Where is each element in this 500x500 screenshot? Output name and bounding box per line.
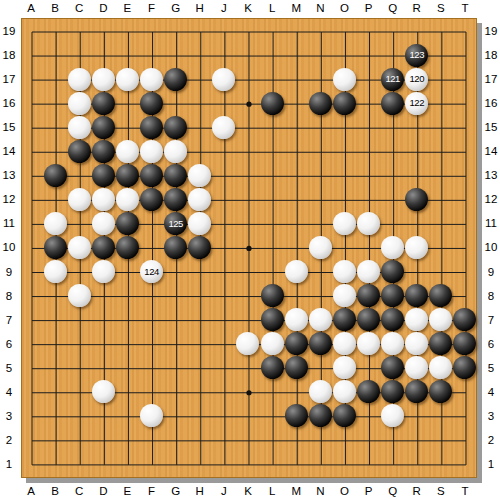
black-stone-E13 bbox=[116, 164, 139, 187]
row-label-right: 15 bbox=[483, 121, 499, 134]
white-stone-B11 bbox=[44, 212, 67, 235]
black-stone-D15 bbox=[92, 116, 115, 139]
row-label-left: 5 bbox=[1, 362, 17, 375]
white-stone-F17 bbox=[140, 68, 163, 91]
col-label-top: H bbox=[190, 2, 210, 15]
row-label-left: 13 bbox=[1, 169, 17, 182]
row-label-left: 15 bbox=[1, 121, 17, 134]
move-number: 125 bbox=[168, 219, 182, 229]
black-stone-N3 bbox=[309, 404, 332, 427]
black-stone-L5 bbox=[261, 356, 284, 379]
row-label-left: 10 bbox=[1, 241, 17, 254]
col-label-top: E bbox=[117, 2, 137, 15]
row-label-right: 16 bbox=[483, 97, 499, 110]
row-label-right: 4 bbox=[483, 386, 499, 399]
col-label-top: O bbox=[334, 2, 354, 15]
black-stone-Q16 bbox=[381, 92, 404, 115]
white-stone-E14 bbox=[116, 140, 139, 163]
white-stone-C10 bbox=[68, 236, 91, 259]
col-label-top: A bbox=[21, 2, 41, 15]
white-stone-J17 bbox=[212, 68, 235, 91]
white-stone-H12 bbox=[188, 188, 211, 211]
move-number: 122 bbox=[410, 98, 424, 108]
col-label-bottom: O bbox=[334, 485, 354, 498]
col-label-top: S bbox=[431, 2, 451, 15]
col-label-bottom: Q bbox=[383, 485, 403, 498]
col-label-bottom: E bbox=[117, 485, 137, 498]
row-label-right: 11 bbox=[483, 217, 499, 230]
col-label-bottom: C bbox=[69, 485, 89, 498]
white-stone-E17 bbox=[116, 68, 139, 91]
row-label-right: 10 bbox=[483, 241, 499, 254]
move-number: 123 bbox=[410, 50, 424, 60]
white-stone-M9 bbox=[285, 260, 308, 283]
row-label-left: 7 bbox=[1, 314, 17, 327]
black-stone-F13 bbox=[140, 164, 163, 187]
col-label-bottom: J bbox=[214, 485, 234, 498]
col-label-bottom: D bbox=[93, 485, 113, 498]
black-stone-G12 bbox=[164, 188, 187, 211]
black-stone-N16 bbox=[309, 92, 332, 115]
row-label-right: 17 bbox=[483, 73, 499, 86]
col-label-top: N bbox=[310, 2, 330, 15]
col-label-top: P bbox=[359, 2, 379, 15]
col-label-top: K bbox=[238, 2, 258, 15]
white-stone-D11 bbox=[92, 212, 115, 235]
black-stone-N6 bbox=[309, 332, 332, 355]
white-stone-N7 bbox=[309, 308, 332, 331]
black-stone-G10 bbox=[164, 236, 187, 259]
star-point bbox=[246, 246, 251, 251]
col-label-top: L bbox=[262, 2, 282, 15]
move-number: 121 bbox=[385, 74, 399, 84]
row-label-right: 1 bbox=[483, 458, 499, 471]
black-stone-O16 bbox=[333, 92, 356, 115]
row-label-right: 13 bbox=[483, 169, 499, 182]
black-stone-G15 bbox=[164, 116, 187, 139]
white-stone-D12 bbox=[92, 188, 115, 211]
black-stone-C14 bbox=[68, 140, 91, 163]
col-label-bottom: T bbox=[455, 485, 475, 498]
black-stone-E10 bbox=[116, 236, 139, 259]
black-stone-L7 bbox=[261, 308, 284, 331]
col-label-top: Q bbox=[383, 2, 403, 15]
row-label-left: 12 bbox=[1, 193, 17, 206]
white-stone-N10 bbox=[309, 236, 332, 259]
white-stone-C15 bbox=[68, 116, 91, 139]
col-label-top: R bbox=[407, 2, 427, 15]
col-label-top: D bbox=[93, 2, 113, 15]
row-label-left: 6 bbox=[1, 338, 17, 351]
col-label-bottom: G bbox=[166, 485, 186, 498]
white-stone-C12 bbox=[68, 188, 91, 211]
white-stone-C17 bbox=[68, 68, 91, 91]
white-stone-P9 bbox=[357, 260, 380, 283]
white-stone-C16 bbox=[68, 92, 91, 115]
col-label-bottom: H bbox=[190, 485, 210, 498]
col-label-bottom: L bbox=[262, 485, 282, 498]
white-stone-N4 bbox=[309, 380, 332, 403]
row-label-left: 18 bbox=[1, 49, 17, 62]
black-stone-E11 bbox=[116, 212, 139, 235]
row-label-right: 3 bbox=[483, 410, 499, 423]
white-stone-O8 bbox=[333, 284, 356, 307]
row-label-right: 5 bbox=[483, 362, 499, 375]
row-label-left: 9 bbox=[1, 266, 17, 279]
col-label-top: T bbox=[455, 2, 475, 15]
col-label-top: M bbox=[286, 2, 306, 15]
black-stone-F15 bbox=[140, 116, 163, 139]
col-label-bottom: R bbox=[407, 485, 427, 498]
black-stone-B13 bbox=[44, 164, 67, 187]
col-label-top: G bbox=[166, 2, 186, 15]
row-label-left: 11 bbox=[1, 217, 17, 230]
col-label-bottom: B bbox=[45, 485, 65, 498]
black-stone-P8 bbox=[357, 284, 380, 307]
row-label-left: 16 bbox=[1, 97, 17, 110]
black-stone-D10 bbox=[92, 236, 115, 259]
col-label-top: C bbox=[69, 2, 89, 15]
black-stone-G13 bbox=[164, 164, 187, 187]
white-stone-R17: 120 bbox=[405, 68, 428, 91]
black-stone-G11: 125 bbox=[164, 212, 187, 235]
col-label-bottom: S bbox=[431, 485, 451, 498]
black-stone-D16 bbox=[92, 92, 115, 115]
row-label-right: 12 bbox=[483, 193, 499, 206]
col-label-top: J bbox=[214, 2, 234, 15]
black-stone-Q9 bbox=[381, 260, 404, 283]
white-stone-D17 bbox=[92, 68, 115, 91]
white-stone-F14 bbox=[140, 140, 163, 163]
row-label-right: 14 bbox=[483, 145, 499, 158]
row-label-right: 2 bbox=[483, 434, 499, 447]
row-label-right: 8 bbox=[483, 290, 499, 303]
white-stone-D9 bbox=[92, 260, 115, 283]
white-stone-B9 bbox=[44, 260, 67, 283]
white-stone-O11 bbox=[333, 212, 356, 235]
row-label-left: 19 bbox=[1, 25, 17, 38]
col-label-top: B bbox=[45, 2, 65, 15]
black-stone-M6 bbox=[285, 332, 308, 355]
row-label-left: 2 bbox=[1, 434, 17, 447]
black-stone-G17 bbox=[164, 68, 187, 91]
white-stone-P11 bbox=[357, 212, 380, 235]
white-stone-J15 bbox=[212, 116, 235, 139]
black-stone-B10 bbox=[44, 236, 67, 259]
white-stone-Q10 bbox=[381, 236, 404, 259]
col-label-top: F bbox=[142, 2, 162, 15]
white-stone-O17 bbox=[333, 68, 356, 91]
black-stone-D13 bbox=[92, 164, 115, 187]
white-stone-O6 bbox=[333, 332, 356, 355]
black-stone-R18: 123 bbox=[405, 44, 428, 67]
col-label-bottom: K bbox=[238, 485, 258, 498]
col-label-bottom: A bbox=[21, 485, 41, 498]
row-label-left: 14 bbox=[1, 145, 17, 158]
white-stone-M7 bbox=[285, 308, 308, 331]
col-label-bottom: M bbox=[286, 485, 306, 498]
black-stone-D14 bbox=[92, 140, 115, 163]
white-stone-F9: 124 bbox=[140, 260, 163, 283]
white-stone-C8 bbox=[68, 284, 91, 307]
white-stone-H11 bbox=[188, 212, 211, 235]
white-stone-R16: 122 bbox=[405, 92, 428, 115]
star-point bbox=[246, 102, 251, 107]
black-stone-L16 bbox=[261, 92, 284, 115]
black-stone-P7 bbox=[357, 308, 380, 331]
row-label-left: 1 bbox=[1, 458, 17, 471]
move-number: 124 bbox=[144, 267, 158, 277]
black-stone-F12 bbox=[140, 188, 163, 211]
row-label-left: 3 bbox=[1, 410, 17, 423]
row-label-left: 4 bbox=[1, 386, 17, 399]
white-stone-D4 bbox=[92, 380, 115, 403]
col-label-bottom: F bbox=[142, 485, 162, 498]
col-label-bottom: P bbox=[359, 485, 379, 498]
black-stone-R12 bbox=[405, 188, 428, 211]
row-label-right: 18 bbox=[483, 49, 499, 62]
black-stone-M5 bbox=[285, 356, 308, 379]
row-label-right: 9 bbox=[483, 266, 499, 279]
star-point bbox=[246, 390, 251, 395]
white-stone-H13 bbox=[188, 164, 211, 187]
white-stone-G14 bbox=[164, 140, 187, 163]
row-label-left: 8 bbox=[1, 290, 17, 303]
black-stone-L8 bbox=[261, 284, 284, 307]
col-label-bottom: N bbox=[310, 485, 330, 498]
row-label-right: 6 bbox=[483, 338, 499, 351]
black-stone-O7 bbox=[333, 308, 356, 331]
white-stone-O5 bbox=[333, 356, 356, 379]
row-label-right: 7 bbox=[483, 314, 499, 327]
black-stone-F16 bbox=[140, 92, 163, 115]
row-label-left: 17 bbox=[1, 73, 17, 86]
move-number: 120 bbox=[410, 74, 424, 84]
black-stone-Q17: 121 bbox=[381, 68, 404, 91]
go-diagram: ABCDEFGHJKLMNOPQRST ABCDEFGHJKLMNOPQRST … bbox=[0, 0, 500, 500]
row-label-right: 19 bbox=[483, 25, 499, 38]
black-stone-M3 bbox=[285, 404, 308, 427]
white-stone-E12 bbox=[116, 188, 139, 211]
white-stone-L6 bbox=[261, 332, 284, 355]
white-stone-O9 bbox=[333, 260, 356, 283]
